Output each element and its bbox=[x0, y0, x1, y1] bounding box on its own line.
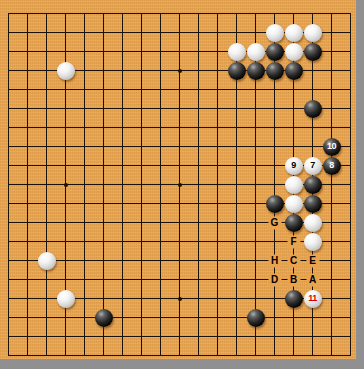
move-option-label[interactable]: D bbox=[268, 273, 281, 286]
black-stone[interactable] bbox=[247, 309, 265, 327]
star-point bbox=[178, 183, 182, 187]
move-number: 7 bbox=[310, 161, 315, 170]
white-stone[interactable] bbox=[285, 24, 303, 42]
move-number: 9 bbox=[291, 161, 296, 170]
move-number: 10 bbox=[327, 142, 336, 151]
move-option-label[interactable]: H bbox=[268, 254, 281, 267]
black-stone[interactable] bbox=[304, 176, 322, 194]
move-number: 8 bbox=[329, 161, 334, 170]
black-stone[interactable] bbox=[266, 62, 284, 80]
star-point bbox=[64, 183, 68, 187]
white-stone[interactable] bbox=[285, 176, 303, 194]
white-stone[interactable] bbox=[38, 252, 56, 270]
black-stone[interactable]: 8 bbox=[323, 157, 341, 175]
white-stone[interactable] bbox=[304, 24, 322, 42]
white-stone[interactable] bbox=[228, 43, 246, 61]
move-option-label[interactable]: E bbox=[306, 254, 319, 267]
black-stone[interactable] bbox=[304, 100, 322, 118]
black-stone[interactable]: 10 bbox=[323, 138, 341, 156]
black-stone[interactable] bbox=[285, 214, 303, 232]
white-stone[interactable] bbox=[304, 233, 322, 251]
black-stone[interactable] bbox=[285, 62, 303, 80]
move-option-label[interactable]: C bbox=[287, 254, 300, 267]
white-stone[interactable]: 7 bbox=[304, 157, 322, 175]
white-stone[interactable] bbox=[57, 62, 75, 80]
black-stone[interactable] bbox=[304, 195, 322, 213]
black-stone[interactable] bbox=[285, 290, 303, 308]
move-option-label[interactable]: F bbox=[287, 235, 300, 248]
move-option-label[interactable]: G bbox=[268, 216, 281, 229]
black-stone[interactable] bbox=[247, 62, 265, 80]
white-stone[interactable] bbox=[285, 43, 303, 61]
go-board-panel: 1097811GFHCEDBA bbox=[0, 0, 364, 369]
white-stone[interactable] bbox=[285, 195, 303, 213]
black-stone[interactable] bbox=[95, 309, 113, 327]
white-stone[interactable]: 9 bbox=[285, 157, 303, 175]
star-point bbox=[178, 69, 182, 73]
black-stone[interactable] bbox=[266, 43, 284, 61]
white-stone[interactable] bbox=[247, 43, 265, 61]
star-point bbox=[178, 297, 182, 301]
black-stone[interactable] bbox=[228, 62, 246, 80]
white-stone[interactable]: 11 bbox=[304, 290, 322, 308]
move-option-label[interactable]: B bbox=[287, 273, 300, 286]
white-stone[interactable] bbox=[266, 24, 284, 42]
black-stone[interactable] bbox=[266, 195, 284, 213]
move-option-label[interactable]: A bbox=[306, 273, 319, 286]
white-stone[interactable] bbox=[304, 214, 322, 232]
black-stone[interactable] bbox=[304, 43, 322, 61]
move-number: 11 bbox=[308, 294, 317, 303]
go-board[interactable]: 1097811GFHCEDBA bbox=[0, 0, 356, 359]
white-stone[interactable] bbox=[57, 290, 75, 308]
